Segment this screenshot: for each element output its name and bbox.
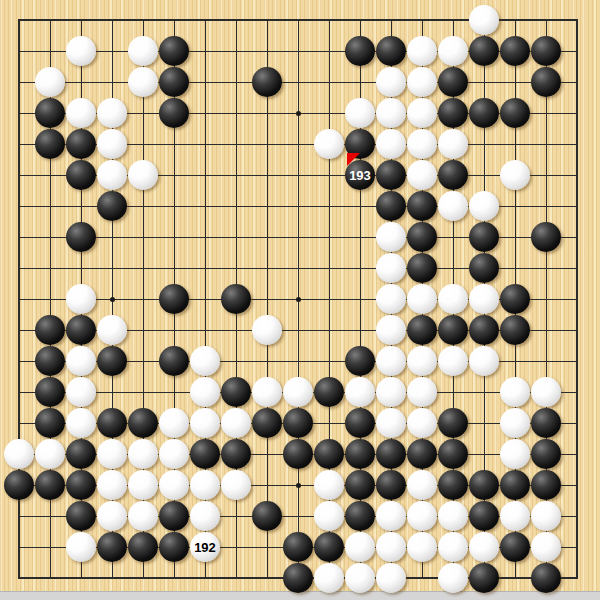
white-stone[interactable]	[500, 408, 530, 438]
black-stone[interactable]	[438, 98, 468, 128]
white-stone[interactable]	[97, 160, 127, 190]
black-stone[interactable]	[469, 315, 499, 345]
black-stone[interactable]	[345, 36, 375, 66]
black-stone[interactable]	[252, 67, 282, 97]
white-stone[interactable]	[376, 98, 406, 128]
black-stone[interactable]	[500, 36, 530, 66]
white-stone[interactable]	[314, 129, 344, 159]
white-stone[interactable]	[500, 160, 530, 190]
white-stone[interactable]	[221, 408, 251, 438]
move-number-label: 193	[349, 169, 371, 182]
black-stone[interactable]	[4, 470, 34, 500]
white-stone[interactable]	[66, 408, 96, 438]
black-stone[interactable]	[438, 315, 468, 345]
white-stone[interactable]	[97, 129, 127, 159]
black-stone[interactable]	[438, 67, 468, 97]
white-stone[interactable]	[190, 377, 220, 407]
black-stone[interactable]	[407, 315, 437, 345]
white-stone[interactable]	[469, 532, 499, 562]
white-stone[interactable]	[190, 501, 220, 531]
black-stone[interactable]	[376, 439, 406, 469]
black-stone[interactable]	[376, 191, 406, 221]
star-point	[296, 111, 301, 116]
white-stone[interactable]	[500, 377, 530, 407]
white-stone[interactable]	[438, 129, 468, 159]
white-stone[interactable]	[97, 439, 127, 469]
white-stone[interactable]	[190, 346, 220, 376]
white-stone[interactable]	[128, 36, 158, 66]
white-stone[interactable]	[159, 408, 189, 438]
black-stone[interactable]	[345, 501, 375, 531]
black-stone[interactable]	[500, 98, 530, 128]
black-stone[interactable]	[66, 501, 96, 531]
white-stone[interactable]	[128, 501, 158, 531]
white-stone[interactable]	[128, 439, 158, 469]
white-stone[interactable]	[345, 563, 375, 593]
white-stone[interactable]	[252, 315, 282, 345]
black-stone[interactable]	[128, 532, 158, 562]
black-stone[interactable]	[66, 222, 96, 252]
black-stone[interactable]	[221, 284, 251, 314]
white-stone[interactable]	[283, 377, 313, 407]
black-stone[interactable]	[500, 315, 530, 345]
black-stone[interactable]	[376, 470, 406, 500]
black-stone[interactable]	[159, 501, 189, 531]
white-stone[interactable]	[66, 36, 96, 66]
white-stone[interactable]	[407, 160, 437, 190]
black-stone[interactable]	[345, 470, 375, 500]
white-stone[interactable]	[376, 284, 406, 314]
white-stone[interactable]	[469, 5, 499, 35]
black-stone[interactable]	[283, 439, 313, 469]
white-stone[interactable]	[376, 346, 406, 376]
black-stone[interactable]	[500, 470, 530, 500]
white-stone[interactable]	[407, 36, 437, 66]
white-stone[interactable]	[345, 377, 375, 407]
white-stone[interactable]	[376, 315, 406, 345]
star-point	[296, 483, 301, 488]
black-stone[interactable]	[283, 563, 313, 593]
black-stone[interactable]	[66, 315, 96, 345]
white-stone[interactable]	[469, 191, 499, 221]
black-stone[interactable]	[438, 470, 468, 500]
black-stone[interactable]	[438, 439, 468, 469]
black-stone[interactable]	[531, 222, 561, 252]
black-stone[interactable]	[66, 439, 96, 469]
white-stone[interactable]	[376, 377, 406, 407]
black-stone[interactable]	[97, 532, 127, 562]
white-stone[interactable]	[345, 98, 375, 128]
white-stone[interactable]	[66, 284, 96, 314]
white-stone[interactable]	[531, 377, 561, 407]
white-stone[interactable]	[376, 408, 406, 438]
black-stone[interactable]	[531, 36, 561, 66]
white-stone[interactable]	[97, 501, 127, 531]
black-stone[interactable]	[159, 98, 189, 128]
white-stone[interactable]	[66, 346, 96, 376]
black-stone[interactable]	[345, 346, 375, 376]
white-stone[interactable]	[469, 284, 499, 314]
red-triangle-marker	[347, 153, 360, 166]
black-stone[interactable]	[35, 129, 65, 159]
black-stone[interactable]	[345, 408, 375, 438]
black-stone[interactable]	[283, 532, 313, 562]
black-stone[interactable]	[531, 470, 561, 500]
white-stone[interactable]	[190, 408, 220, 438]
black-stone[interactable]	[314, 532, 344, 562]
white-stone[interactable]	[66, 98, 96, 128]
white-stone[interactable]	[407, 501, 437, 531]
black-stone[interactable]	[159, 284, 189, 314]
black-stone[interactable]	[469, 36, 499, 66]
go-board: 193192	[0, 0, 600, 600]
black-stone[interactable]	[500, 532, 530, 562]
white-stone[interactable]	[407, 67, 437, 97]
white-stone[interactable]	[407, 408, 437, 438]
black-stone[interactable]	[159, 346, 189, 376]
black-stone[interactable]	[252, 408, 282, 438]
white-stone[interactable]	[252, 377, 282, 407]
black-stone[interactable]	[345, 439, 375, 469]
white-stone[interactable]	[438, 346, 468, 376]
star-point	[110, 297, 115, 302]
black-stone[interactable]	[469, 563, 499, 593]
black-stone[interactable]	[66, 470, 96, 500]
black-stone[interactable]	[35, 346, 65, 376]
black-stone[interactable]	[376, 160, 406, 190]
move-number-label: 192	[194, 541, 216, 554]
black-stone[interactable]	[376, 36, 406, 66]
black-stone[interactable]	[159, 532, 189, 562]
white-stone[interactable]	[97, 98, 127, 128]
black-stone[interactable]	[35, 377, 65, 407]
white-stone[interactable]	[314, 563, 344, 593]
black-stone[interactable]	[407, 222, 437, 252]
black-stone[interactable]	[283, 408, 313, 438]
black-stone[interactable]	[128, 408, 158, 438]
white-stone[interactable]	[407, 346, 437, 376]
grid-vline	[267, 19, 268, 579]
black-stone[interactable]	[97, 346, 127, 376]
white-stone[interactable]	[128, 470, 158, 500]
white-stone[interactable]	[438, 563, 468, 593]
black-stone[interactable]	[407, 191, 437, 221]
black-stone[interactable]	[159, 36, 189, 66]
white-stone[interactable]	[190, 470, 220, 500]
white-stone[interactable]	[407, 470, 437, 500]
white-stone[interactable]	[66, 532, 96, 562]
white-stone[interactable]	[407, 98, 437, 128]
black-stone[interactable]	[438, 160, 468, 190]
black-stone[interactable]	[531, 408, 561, 438]
black-stone[interactable]	[314, 377, 344, 407]
white-stone[interactable]	[500, 439, 530, 469]
white-stone[interactable]	[438, 191, 468, 221]
white-stone[interactable]	[376, 67, 406, 97]
white-stone[interactable]	[159, 470, 189, 500]
white-stone[interactable]	[376, 563, 406, 593]
white-stone[interactable]	[35, 67, 65, 97]
white-stone[interactable]	[376, 253, 406, 283]
black-stone[interactable]	[66, 160, 96, 190]
white-stone[interactable]	[4, 439, 34, 469]
white-stone[interactable]	[438, 501, 468, 531]
white-stone[interactable]	[66, 377, 96, 407]
white-stone[interactable]	[407, 129, 437, 159]
black-stone[interactable]	[438, 408, 468, 438]
white-stone[interactable]	[531, 532, 561, 562]
grid-vline	[576, 19, 578, 579]
black-stone[interactable]	[407, 439, 437, 469]
black-stone[interactable]	[97, 408, 127, 438]
black-stone[interactable]	[159, 67, 189, 97]
black-stone[interactable]	[66, 129, 96, 159]
black-stone[interactable]	[469, 253, 499, 283]
white-stone[interactable]	[438, 36, 468, 66]
black-stone[interactable]	[35, 408, 65, 438]
star-point	[296, 297, 301, 302]
white-stone[interactable]	[469, 346, 499, 376]
white-stone[interactable]	[314, 470, 344, 500]
black-stone[interactable]	[35, 470, 65, 500]
white-stone[interactable]	[159, 439, 189, 469]
black-stone[interactable]	[531, 563, 561, 593]
white-stone[interactable]	[314, 501, 344, 531]
black-stone[interactable]	[469, 222, 499, 252]
black-stone[interactable]	[469, 470, 499, 500]
black-stone[interactable]	[469, 98, 499, 128]
white-stone[interactable]	[97, 470, 127, 500]
white-stone[interactable]: 192	[190, 532, 220, 562]
white-stone[interactable]	[531, 501, 561, 531]
white-stone[interactable]	[376, 501, 406, 531]
white-stone[interactable]	[438, 284, 468, 314]
white-stone[interactable]	[35, 439, 65, 469]
white-stone[interactable]	[500, 501, 530, 531]
black-stone[interactable]	[469, 501, 499, 531]
black-stone[interactable]	[35, 315, 65, 345]
white-stone[interactable]	[128, 67, 158, 97]
white-stone[interactable]	[407, 532, 437, 562]
black-stone[interactable]	[221, 439, 251, 469]
black-stone[interactable]	[531, 67, 561, 97]
white-stone[interactable]	[221, 470, 251, 500]
black-stone[interactable]	[35, 98, 65, 128]
black-stone[interactable]	[190, 439, 220, 469]
white-stone[interactable]	[376, 532, 406, 562]
white-stone[interactable]	[376, 222, 406, 252]
white-stone[interactable]	[345, 532, 375, 562]
black-stone[interactable]	[97, 191, 127, 221]
black-stone[interactable]	[314, 439, 344, 469]
white-stone[interactable]	[407, 377, 437, 407]
black-stone[interactable]	[252, 501, 282, 531]
black-stone[interactable]	[221, 377, 251, 407]
black-stone[interactable]	[407, 253, 437, 283]
white-stone[interactable]	[438, 532, 468, 562]
black-stone[interactable]	[531, 439, 561, 469]
black-stone[interactable]	[500, 284, 530, 314]
white-stone[interactable]	[376, 129, 406, 159]
white-stone[interactable]	[128, 160, 158, 190]
white-stone[interactable]	[407, 284, 437, 314]
white-stone[interactable]	[97, 315, 127, 345]
